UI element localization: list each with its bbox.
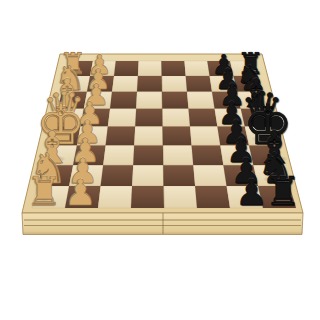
- square-c3[interactable]: [110, 92, 137, 109]
- chess-set-photo: ♜♟♟♜♞♟♟♞♝♟♟♝♛♟♟♛♚♟♟♚♝♟♟♝♞♟♟♞♜♟♟♜: [0, 0, 320, 320]
- square-g6[interactable]: [193, 165, 226, 186]
- square-d4[interactable]: [135, 109, 162, 127]
- white-rook-h1[interactable]: ♜: [26, 171, 62, 211]
- square-g4[interactable]: [132, 165, 164, 186]
- square-b5[interactable]: [162, 76, 187, 92]
- black-rook-h8[interactable]: ♜: [265, 171, 301, 211]
- square-f6[interactable]: [192, 145, 224, 165]
- square-h3[interactable]: [98, 186, 132, 208]
- square-d5[interactable]: [162, 109, 190, 127]
- square-h6[interactable]: [195, 186, 230, 208]
- square-a5[interactable]: [162, 61, 186, 76]
- square-b4[interactable]: [137, 76, 162, 92]
- square-c4[interactable]: [136, 92, 162, 109]
- square-c5[interactable]: [162, 92, 189, 109]
- square-d3[interactable]: [108, 109, 136, 127]
- square-d6[interactable]: [189, 109, 218, 127]
- square-h5[interactable]: [164, 186, 197, 208]
- square-b6[interactable]: [186, 76, 212, 92]
- square-b3[interactable]: [112, 76, 138, 92]
- square-c6[interactable]: [187, 92, 215, 109]
- square-a4[interactable]: [138, 61, 162, 76]
- square-g5[interactable]: [163, 165, 195, 186]
- square-a3[interactable]: [114, 61, 139, 76]
- square-e3[interactable]: [106, 127, 136, 146]
- square-g3[interactable]: [101, 165, 134, 186]
- square-e4[interactable]: [134, 127, 163, 146]
- square-f5[interactable]: [163, 145, 193, 165]
- square-f3[interactable]: [103, 145, 134, 165]
- black-pawn-h7[interactable]: ♟: [235, 175, 267, 211]
- square-h4[interactable]: [131, 186, 164, 208]
- square-e6[interactable]: [190, 127, 220, 146]
- white-pawn-h2[interactable]: ♟: [64, 175, 96, 211]
- square-e5[interactable]: [163, 127, 192, 146]
- square-f4[interactable]: [133, 145, 163, 165]
- square-a6[interactable]: [184, 61, 209, 76]
